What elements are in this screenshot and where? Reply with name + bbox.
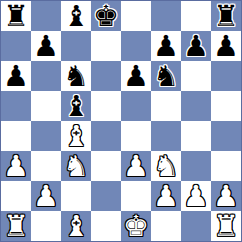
square-b6[interactable] [31, 61, 61, 91]
square-a5[interactable] [1, 91, 31, 121]
square-c8[interactable]: ♝ [61, 1, 91, 31]
square-d7[interactable] [91, 31, 121, 61]
white-king[interactable]: ♚ [123, 211, 149, 241]
black-king[interactable]: ♚ [93, 1, 119, 31]
white-pawn[interactable]: ♟ [183, 181, 209, 211]
square-e4[interactable] [121, 121, 151, 151]
white-bishop[interactable]: ♝ [63, 121, 89, 151]
square-f2[interactable]: ♟ [151, 181, 181, 211]
square-d2[interactable] [91, 181, 121, 211]
square-a8[interactable]: ♜ [1, 1, 31, 31]
black-rook[interactable]: ♜ [213, 1, 239, 31]
white-pawn[interactable]: ♟ [153, 181, 179, 211]
black-bishop[interactable]: ♝ [63, 1, 89, 31]
square-e8[interactable] [121, 1, 151, 31]
square-h2[interactable]: ♟ [211, 181, 241, 211]
square-g4[interactable] [181, 121, 211, 151]
black-rook[interactable]: ♜ [3, 1, 29, 31]
square-e2[interactable] [121, 181, 151, 211]
square-f4[interactable] [151, 121, 181, 151]
white-bishop[interactable]: ♝ [63, 211, 89, 241]
square-a3[interactable]: ♟ [1, 151, 31, 181]
black-knight[interactable]: ♞ [63, 61, 89, 91]
square-c1[interactable]: ♝ [61, 211, 91, 241]
square-h4[interactable] [211, 121, 241, 151]
square-b2[interactable]: ♟ [31, 181, 61, 211]
square-d1[interactable] [91, 211, 121, 241]
square-d8[interactable]: ♚ [91, 1, 121, 31]
square-g8[interactable] [181, 1, 211, 31]
square-h6[interactable] [211, 61, 241, 91]
square-c4[interactable]: ♝ [61, 121, 91, 151]
square-h3[interactable] [211, 151, 241, 181]
square-b3[interactable] [31, 151, 61, 181]
square-c6[interactable]: ♞ [61, 61, 91, 91]
white-pawn[interactable]: ♟ [123, 151, 149, 181]
square-g7[interactable]: ♟ [181, 31, 211, 61]
square-a6[interactable]: ♟ [1, 61, 31, 91]
square-h7[interactable]: ♟ [211, 31, 241, 61]
square-b7[interactable]: ♟ [31, 31, 61, 61]
square-b1[interactable] [31, 211, 61, 241]
square-g5[interactable] [181, 91, 211, 121]
square-f7[interactable]: ♟ [151, 31, 181, 61]
square-b4[interactable] [31, 121, 61, 151]
square-g2[interactable]: ♟ [181, 181, 211, 211]
square-d6[interactable] [91, 61, 121, 91]
square-e7[interactable] [121, 31, 151, 61]
chess-board: ♜♝♚♜♟♟♟♟♟♞♟♞♝♝♟♞♟♞♟♟♟♟♜♝♚♜ [0, 0, 242, 242]
black-pawn[interactable]: ♟ [183, 31, 209, 61]
square-a2[interactable] [1, 181, 31, 211]
square-g3[interactable] [181, 151, 211, 181]
white-pawn[interactable]: ♟ [33, 181, 59, 211]
black-pawn[interactable]: ♟ [123, 61, 149, 91]
square-d5[interactable] [91, 91, 121, 121]
square-e3[interactable]: ♟ [121, 151, 151, 181]
white-rook[interactable]: ♜ [213, 211, 239, 241]
square-a4[interactable] [1, 121, 31, 151]
white-rook[interactable]: ♜ [3, 211, 29, 241]
square-f3[interactable]: ♞ [151, 151, 181, 181]
square-d4[interactable] [91, 121, 121, 151]
square-a7[interactable] [1, 31, 31, 61]
square-b8[interactable] [31, 1, 61, 31]
square-h1[interactable]: ♜ [211, 211, 241, 241]
black-bishop[interactable]: ♝ [63, 91, 89, 121]
black-pawn[interactable]: ♟ [153, 31, 179, 61]
square-b5[interactable] [31, 91, 61, 121]
black-knight[interactable]: ♞ [153, 61, 179, 91]
square-h5[interactable] [211, 91, 241, 121]
square-d3[interactable] [91, 151, 121, 181]
square-g6[interactable] [181, 61, 211, 91]
white-pawn[interactable]: ♟ [3, 151, 29, 181]
square-h8[interactable]: ♜ [211, 1, 241, 31]
square-e1[interactable]: ♚ [121, 211, 151, 241]
square-c3[interactable]: ♞ [61, 151, 91, 181]
square-f8[interactable] [151, 1, 181, 31]
white-pawn[interactable]: ♟ [213, 181, 239, 211]
black-pawn[interactable]: ♟ [213, 31, 239, 61]
square-e6[interactable]: ♟ [121, 61, 151, 91]
square-f6[interactable]: ♞ [151, 61, 181, 91]
white-knight[interactable]: ♞ [63, 151, 89, 181]
black-pawn[interactable]: ♟ [3, 61, 29, 91]
square-e5[interactable] [121, 91, 151, 121]
white-knight[interactable]: ♞ [153, 151, 179, 181]
square-g1[interactable] [181, 211, 211, 241]
square-a1[interactable]: ♜ [1, 211, 31, 241]
square-f5[interactable] [151, 91, 181, 121]
square-f1[interactable] [151, 211, 181, 241]
square-c5[interactable]: ♝ [61, 91, 91, 121]
square-c7[interactable] [61, 31, 91, 61]
square-c2[interactable] [61, 181, 91, 211]
black-pawn[interactable]: ♟ [33, 31, 59, 61]
